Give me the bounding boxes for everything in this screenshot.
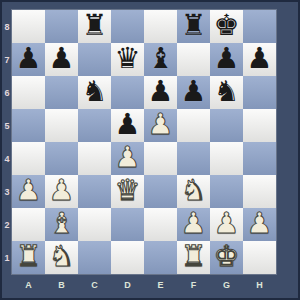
square-d7[interactable]: ♛ [111,43,144,76]
square-a1[interactable]: ♜ [12,241,45,274]
square-b4[interactable] [45,142,78,175]
square-e2[interactable] [144,208,177,241]
square-e3[interactable] [144,175,177,208]
white-knight-icon: ♞ [181,176,207,205]
square-e8[interactable] [144,10,177,43]
square-d4[interactable]: ♟ [111,142,144,175]
black-queen-icon: ♛ [115,44,141,73]
square-f3[interactable]: ♞ [177,175,210,208]
white-pawn-icon: ♟ [49,176,75,205]
square-c2[interactable] [78,208,111,241]
square-d1[interactable] [111,241,144,274]
black-pawn-icon: ♟ [214,44,240,73]
square-a3[interactable]: ♟ [12,175,45,208]
rank-label-6: 6 [2,76,12,109]
square-b3[interactable]: ♟ [45,175,78,208]
white-pawn-icon: ♟ [148,110,174,139]
white-pawn-icon: ♟ [247,209,273,238]
rank-label-2: 2 [2,208,12,241]
file-label-f: F [177,275,210,295]
square-d8[interactable] [111,10,144,43]
white-knight-icon: ♞ [49,242,75,271]
square-h6[interactable] [243,76,276,109]
square-f2[interactable]: ♟ [177,208,210,241]
square-e5[interactable]: ♟ [144,109,177,142]
white-bishop-icon: ♝ [49,209,75,238]
square-f5[interactable] [177,109,210,142]
square-f7[interactable] [177,43,210,76]
rank-label-4: 4 [2,142,12,175]
square-g6[interactable]: ♞ [210,76,243,109]
white-rook-icon: ♜ [181,242,207,271]
square-g8[interactable]: ♚ [210,10,243,43]
square-e6[interactable]: ♟ [144,76,177,109]
square-g3[interactable] [210,175,243,208]
white-queen-icon: ♛ [115,176,141,205]
square-d6[interactable] [111,76,144,109]
square-c3[interactable] [78,175,111,208]
file-label-d: D [111,275,144,295]
chess-board-frame: 87654321 ABCDEFGH ♜♜♚♟♟♛♝♟♟♞♟♟♞♟♟♟♟♟♛♞♝♟… [0,0,300,300]
square-d3[interactable]: ♛ [111,175,144,208]
black-rook-icon: ♜ [181,11,207,40]
black-bishop-icon: ♝ [148,44,174,73]
black-pawn-icon: ♟ [16,44,42,73]
square-c6[interactable]: ♞ [78,76,111,109]
black-pawn-icon: ♟ [247,44,273,73]
file-label-a: A [12,275,45,295]
square-f4[interactable] [177,142,210,175]
square-a2[interactable] [12,208,45,241]
square-h7[interactable]: ♟ [243,43,276,76]
square-h2[interactable]: ♟ [243,208,276,241]
black-pawn-icon: ♟ [148,77,174,106]
square-g7[interactable]: ♟ [210,43,243,76]
black-rook-icon: ♜ [82,11,108,40]
black-pawn-icon: ♟ [181,77,207,106]
square-c1[interactable] [78,241,111,274]
square-h1[interactable] [243,241,276,274]
square-c5[interactable] [78,109,111,142]
square-b6[interactable] [45,76,78,109]
black-knight-icon: ♞ [82,77,108,106]
square-a4[interactable] [12,142,45,175]
rank-label-3: 3 [2,175,12,208]
square-b8[interactable] [45,10,78,43]
square-h5[interactable] [243,109,276,142]
square-f8[interactable]: ♜ [177,10,210,43]
black-knight-icon: ♞ [214,77,240,106]
rank-label-7: 7 [2,43,12,76]
file-label-e: E [144,275,177,295]
square-d5[interactable]: ♟ [111,109,144,142]
square-g4[interactable] [210,142,243,175]
square-h3[interactable] [243,175,276,208]
square-h4[interactable] [243,142,276,175]
square-b5[interactable] [45,109,78,142]
white-king-icon: ♚ [214,242,240,271]
white-pawn-icon: ♟ [16,176,42,205]
black-pawn-icon: ♟ [49,44,75,73]
square-e4[interactable] [144,142,177,175]
square-e1[interactable] [144,241,177,274]
white-pawn-icon: ♟ [181,209,207,238]
square-d2[interactable] [111,208,144,241]
square-c4[interactable] [78,142,111,175]
white-pawn-icon: ♟ [214,209,240,238]
rank-label-8: 8 [2,10,12,43]
square-a6[interactable] [12,76,45,109]
square-e7[interactable]: ♝ [144,43,177,76]
square-b2[interactable]: ♝ [45,208,78,241]
chess-board: ♜♜♚♟♟♛♝♟♟♞♟♟♞♟♟♟♟♟♛♞♝♟♟♟♜♞♜♚ [12,10,276,274]
black-pawn-icon: ♟ [115,110,141,139]
file-label-g: G [210,275,243,295]
square-a8[interactable] [12,10,45,43]
square-a7[interactable]: ♟ [12,43,45,76]
file-label-c: C [78,275,111,295]
black-king-icon: ♚ [214,11,240,40]
square-g2[interactable]: ♟ [210,208,243,241]
white-pawn-icon: ♟ [115,143,141,172]
square-c8[interactable]: ♜ [78,10,111,43]
white-rook-icon: ♜ [16,242,42,271]
square-c7[interactable] [78,43,111,76]
square-b1[interactable]: ♞ [45,241,78,274]
file-label-h: H [243,275,276,295]
file-label-b: B [45,275,78,295]
rank-label-1: 1 [2,241,12,274]
rank-label-5: 5 [2,109,12,142]
square-a5[interactable] [12,109,45,142]
square-g5[interactable] [210,109,243,142]
square-g1[interactable]: ♚ [210,241,243,274]
square-f1[interactable]: ♜ [177,241,210,274]
square-h8[interactable] [243,10,276,43]
square-f6[interactable]: ♟ [177,76,210,109]
square-b7[interactable]: ♟ [45,43,78,76]
